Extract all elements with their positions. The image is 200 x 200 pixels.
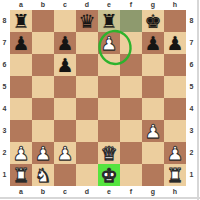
chess-app-screenshot: abcdefgh abcdefgh 87654321 87654321 ♜♛♜♚… bbox=[0, 0, 200, 200]
square-f8[interactable] bbox=[120, 10, 142, 32]
piece-black-rook-a8[interactable]: ♜ bbox=[12, 10, 29, 32]
square-a3[interactable] bbox=[10, 120, 32, 142]
square-h5[interactable] bbox=[164, 76, 186, 98]
square-e8[interactable]: ♜ bbox=[98, 10, 120, 32]
square-f5[interactable] bbox=[120, 76, 142, 98]
square-h8[interactable] bbox=[164, 10, 186, 32]
piece-white-king-e1[interactable]: ♚ bbox=[100, 164, 117, 186]
rank-label-4: 4 bbox=[187, 98, 196, 120]
rank-labels-right: 87654321 bbox=[187, 10, 196, 186]
rank-label-1: 1 bbox=[187, 164, 196, 186]
square-h1[interactable]: ♜ bbox=[164, 164, 186, 186]
square-g2[interactable] bbox=[142, 142, 164, 164]
file-label-a: a bbox=[10, 187, 32, 196]
file-label-e: e bbox=[98, 0, 120, 9]
square-d6[interactable] bbox=[76, 54, 98, 76]
square-b5[interactable] bbox=[32, 76, 54, 98]
square-f6[interactable] bbox=[120, 54, 142, 76]
square-f3[interactable] bbox=[120, 120, 142, 142]
file-label-b: b bbox=[32, 0, 54, 9]
square-a5[interactable] bbox=[10, 76, 32, 98]
square-a7[interactable]: ♟ bbox=[10, 32, 32, 54]
piece-black-queen-d8[interactable]: ♛ bbox=[78, 10, 95, 32]
square-f2[interactable] bbox=[120, 142, 142, 164]
piece-white-queen-e2[interactable]: ♛ bbox=[100, 142, 117, 164]
square-b2[interactable]: ♟ bbox=[32, 142, 54, 164]
square-e7[interactable]: ♟ bbox=[98, 32, 120, 54]
rank-label-7: 7 bbox=[0, 32, 9, 54]
square-e6[interactable] bbox=[98, 54, 120, 76]
file-label-f: f bbox=[120, 187, 142, 196]
piece-black-king-g8[interactable]: ♚ bbox=[144, 10, 161, 32]
square-d2[interactable] bbox=[76, 142, 98, 164]
piece-white-rook-h1[interactable]: ♜ bbox=[166, 164, 183, 186]
square-b1[interactable]: ♞ bbox=[32, 164, 54, 186]
square-f7[interactable] bbox=[120, 32, 142, 54]
square-h2[interactable]: ♟ bbox=[164, 142, 186, 164]
square-g3[interactable]: ♟ bbox=[142, 120, 164, 142]
window-edge-right bbox=[197, 0, 199, 200]
piece-black-rook-e8[interactable]: ♜ bbox=[100, 10, 117, 32]
square-g7[interactable]: ♟ bbox=[142, 32, 164, 54]
square-g8[interactable]: ♚ bbox=[142, 10, 164, 32]
square-e1[interactable]: ♚ bbox=[98, 164, 120, 186]
file-label-f: f bbox=[120, 0, 142, 9]
rank-label-2: 2 bbox=[187, 142, 196, 164]
piece-black-pawn-h7[interactable]: ♟ bbox=[166, 32, 183, 54]
square-g6[interactable] bbox=[142, 54, 164, 76]
rank-label-3: 3 bbox=[0, 120, 9, 142]
square-a4[interactable] bbox=[10, 98, 32, 120]
file-label-d: d bbox=[76, 187, 98, 196]
piece-black-pawn-a7[interactable]: ♟ bbox=[12, 32, 29, 54]
square-f4[interactable] bbox=[120, 98, 142, 120]
rank-label-2: 2 bbox=[0, 142, 9, 164]
piece-white-knight-b1[interactable]: ♞ bbox=[34, 164, 51, 186]
file-label-h: h bbox=[164, 0, 186, 9]
square-a1[interactable]: ♜ bbox=[10, 164, 32, 186]
square-d7[interactable] bbox=[76, 32, 98, 54]
file-label-g: g bbox=[142, 0, 164, 9]
rank-label-5: 5 bbox=[0, 76, 9, 98]
piece-white-pawn-b2[interactable]: ♟ bbox=[34, 142, 51, 164]
square-a6[interactable] bbox=[10, 54, 32, 76]
square-a8[interactable]: ♜ bbox=[10, 10, 32, 32]
file-labels-bottom: abcdefgh bbox=[10, 187, 186, 196]
piece-black-pawn-c6[interactable]: ♟ bbox=[56, 54, 73, 76]
square-c1[interactable] bbox=[54, 164, 76, 186]
square-h4[interactable] bbox=[164, 98, 186, 120]
file-label-d: d bbox=[76, 0, 98, 9]
piece-black-pawn-c7[interactable]: ♟ bbox=[56, 32, 73, 54]
square-g4[interactable] bbox=[142, 98, 164, 120]
file-label-e: e bbox=[98, 187, 120, 196]
file-label-a: a bbox=[10, 0, 32, 9]
file-label-c: c bbox=[54, 0, 76, 9]
square-c8[interactable] bbox=[54, 10, 76, 32]
square-b8[interactable] bbox=[32, 10, 54, 32]
square-e2[interactable]: ♛ bbox=[98, 142, 120, 164]
piece-white-pawn-g3[interactable]: ♟ bbox=[144, 120, 161, 142]
piece-white-pawn-h2[interactable]: ♟ bbox=[166, 142, 183, 164]
piece-white-pawn-e7[interactable]: ♟ bbox=[100, 32, 117, 54]
square-c3[interactable] bbox=[54, 120, 76, 142]
square-g5[interactable] bbox=[142, 76, 164, 98]
square-c7[interactable]: ♟ bbox=[54, 32, 76, 54]
piece-white-rook-a1[interactable]: ♜ bbox=[12, 164, 29, 186]
rank-label-7: 7 bbox=[187, 32, 196, 54]
square-b6[interactable] bbox=[32, 54, 54, 76]
square-d5[interactable] bbox=[76, 76, 98, 98]
file-label-b: b bbox=[32, 187, 54, 196]
square-e5[interactable] bbox=[98, 76, 120, 98]
rank-label-8: 8 bbox=[187, 10, 196, 32]
square-f1[interactable] bbox=[120, 164, 142, 186]
file-label-h: h bbox=[164, 187, 186, 196]
square-h7[interactable]: ♟ bbox=[164, 32, 186, 54]
rank-label-6: 6 bbox=[0, 54, 9, 76]
rank-label-4: 4 bbox=[0, 98, 9, 120]
square-b3[interactable] bbox=[32, 120, 54, 142]
square-h3[interactable] bbox=[164, 120, 186, 142]
square-b4[interactable] bbox=[32, 98, 54, 120]
rank-label-8: 8 bbox=[0, 10, 9, 32]
file-label-g: g bbox=[142, 187, 164, 196]
piece-white-pawn-a2[interactable]: ♟ bbox=[12, 142, 29, 164]
rank-label-5: 5 bbox=[187, 76, 196, 98]
square-h6[interactable] bbox=[164, 54, 186, 76]
window-edge-bottom bbox=[0, 197, 200, 199]
chess-board: ♜♛♜♚♟♟♟♟♟♟♟♟♟♟♛♟♜♞♚♜ bbox=[10, 10, 186, 186]
file-label-c: c bbox=[54, 187, 76, 196]
square-g1[interactable] bbox=[142, 164, 164, 186]
piece-white-pawn-c2[interactable]: ♟ bbox=[56, 142, 73, 164]
file-labels-top: abcdefgh bbox=[10, 0, 186, 9]
square-e4[interactable] bbox=[98, 98, 120, 120]
rank-label-1: 1 bbox=[0, 164, 9, 186]
square-e3[interactable] bbox=[98, 120, 120, 142]
piece-black-pawn-g7[interactable]: ♟ bbox=[144, 32, 161, 54]
rank-labels-left: 87654321 bbox=[0, 10, 9, 186]
rank-label-6: 6 bbox=[187, 54, 196, 76]
square-a2[interactable]: ♟ bbox=[10, 142, 32, 164]
rank-label-3: 3 bbox=[187, 120, 196, 142]
square-c6[interactable]: ♟ bbox=[54, 54, 76, 76]
square-b7[interactable] bbox=[32, 32, 54, 54]
square-d3[interactable] bbox=[76, 120, 98, 142]
square-d1[interactable] bbox=[76, 164, 98, 186]
square-d8[interactable]: ♛ bbox=[76, 10, 98, 32]
square-d4[interactable] bbox=[76, 98, 98, 120]
square-c2[interactable]: ♟ bbox=[54, 142, 76, 164]
square-c5[interactable] bbox=[54, 76, 76, 98]
square-c4[interactable] bbox=[54, 98, 76, 120]
